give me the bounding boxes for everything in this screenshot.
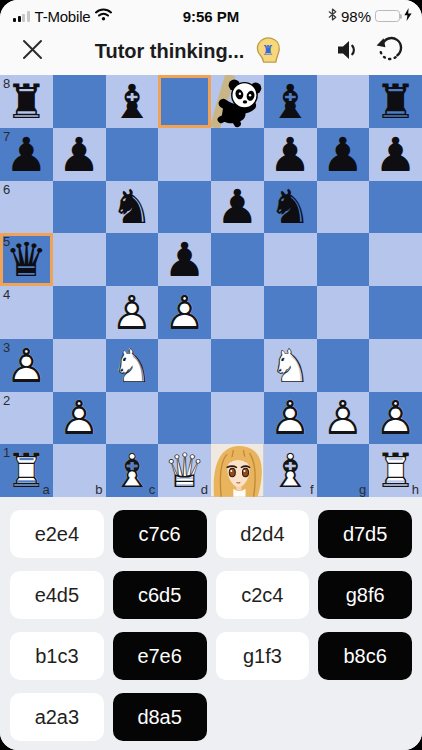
square-f8[interactable]: ♝ [264,75,317,128]
square-e8[interactable] [211,75,264,128]
white-pawn: ♟♙ [317,392,370,445]
tutor-thinking-head-icon: ♜ [254,35,283,68]
square-d5[interactable]: ♟ [158,233,211,286]
square-b3[interactable] [53,339,106,392]
page-title: Tutor thinking... [95,40,245,63]
square-e3[interactable] [211,339,264,392]
black-queen: ♛ [0,233,53,286]
black-knight: ♞ [264,181,317,234]
square-h1[interactable]: h♜♖ [369,444,422,497]
square-h6[interactable] [369,181,422,234]
square-c1[interactable]: c♝♗ [106,444,159,497]
square-a7[interactable]: 7♟ [0,128,53,181]
square-c4[interactable]: ♟♙ [106,286,159,339]
white-rook: ♜♖ [369,444,422,497]
black-pawn: ♟ [317,128,370,181]
square-b2[interactable]: ♟♙ [53,392,106,445]
square-c8[interactable]: ♝ [106,75,159,128]
svg-text:♜: ♜ [262,42,274,58]
white-pawn: ♟♙ [264,392,317,445]
square-d8[interactable] [158,75,211,128]
square-f6[interactable]: ♞ [264,181,317,234]
black-bishop: ♝ [106,75,159,128]
square-h8[interactable]: ♜ [369,75,422,128]
white-pawn: ♟♙ [158,286,211,339]
white-knight: ♞♘ [264,339,317,392]
speaker-icon [334,37,360,67]
status-bar: T-Mobile 9:56 PM 98% [0,0,422,28]
charging-bolt-icon [404,7,412,25]
square-c2[interactable] [106,392,159,445]
square-d7[interactable] [158,128,211,181]
square-a1[interactable]: 1a♜♖ [0,444,53,497]
black-pawn: ♟ [0,128,53,181]
chess-board: 8♜♝ ♝♜7♟♟♟♟♟6♞♟♞5♛♟4♟♙♟♙3♟♙♞♘♞♘2♟♙♟♙♟♙♟♙… [0,75,422,497]
square-h7[interactable]: ♟ [369,128,422,181]
file-label-g: g [359,483,366,496]
white-rook: ♜♖ [0,444,53,497]
nav-bar: Tutor thinking... ♜ [0,28,422,75]
move-button-a2a3[interactable]: a2a3 [10,693,104,741]
square-a6[interactable]: 6 [0,181,53,234]
square-c7[interactable] [106,128,159,181]
move-button-d7d5[interactable]: d7d5 [318,510,412,558]
square-f1[interactable]: f♝♗ [264,444,317,497]
square-f5[interactable] [264,233,317,286]
white-pawn: ♟♙ [0,339,53,392]
black-pawn: ♟ [264,128,317,181]
square-g2[interactable]: ♟♙ [317,392,370,445]
square-h3[interactable] [369,339,422,392]
square-d3[interactable] [158,339,211,392]
white-bishop: ♝♗ [106,444,159,497]
black-pawn: ♟ [53,128,106,181]
square-c6[interactable]: ♞ [106,181,159,234]
square-g4[interactable] [317,286,370,339]
square-d2[interactable] [158,392,211,445]
square-c5[interactable] [106,233,159,286]
rank-label-6: 6 [3,183,10,196]
square-f2[interactable]: ♟♙ [264,392,317,445]
white-bishop: ♝♗ [264,444,317,497]
black-pawn: ♟ [158,233,211,286]
square-g7[interactable]: ♟ [317,128,370,181]
square-d4[interactable]: ♟♙ [158,286,211,339]
file-label-b: b [95,483,102,496]
app-window: T-Mobile 9:56 PM 98% [0,0,422,750]
square-b5[interactable] [53,233,106,286]
move-button-e2e4[interactable]: e2e4 [10,510,104,558]
square-c3[interactable]: ♞♘ [106,339,159,392]
square-b4[interactable] [53,286,106,339]
square-g6[interactable] [317,181,370,234]
square-e2[interactable] [211,392,264,445]
move-button-c2c4[interactable]: c2c4 [216,571,310,619]
move-button-c7c6[interactable]: c7c6 [113,510,207,558]
square-h5[interactable] [369,233,422,286]
move-button-d2d4[interactable]: d2d4 [216,510,310,558]
move-button-e7e6[interactable]: e7e6 [113,632,207,680]
square-g3[interactable] [317,339,370,392]
move-button-c6d5[interactable]: c6d5 [113,571,207,619]
move-button-b1c3[interactable]: b1c3 [10,632,104,680]
move-button-b8c6[interactable]: b8c6 [318,632,412,680]
move-button-d8a5[interactable]: d8a5 [113,693,207,741]
square-e1[interactable]: e [211,444,264,497]
black-pawn: ♟ [211,181,264,234]
square-a3[interactable]: 3♟♙ [0,339,53,392]
square-a4[interactable]: 4 [0,286,53,339]
square-d6[interactable] [158,181,211,234]
white-pawn: ♟♙ [106,286,159,339]
square-b6[interactable] [53,181,106,234]
square-f3[interactable]: ♞♘ [264,339,317,392]
move-button-g8f6[interactable]: g8f6 [318,571,412,619]
battery-icon [375,10,400,22]
square-a2[interactable]: 2 [0,392,53,445]
move-list: e2e4c7c6d2d4d7d5e4d5c6d5c2c4g8f6b1c3e7e6… [0,497,422,750]
white-queen: ♛♕ [158,444,211,497]
black-rook: ♜ [0,75,53,128]
square-h4[interactable] [369,286,422,339]
move-button-e4d5[interactable]: e4d5 [10,571,104,619]
rotate-counterclockwise-icon [375,36,403,68]
bluetooth-icon [328,7,337,25]
square-h2[interactable]: ♟♙ [369,392,422,445]
square-f4[interactable] [264,286,317,339]
square-g8[interactable] [317,75,370,128]
square-e7[interactable] [211,128,264,181]
anime-girl-white-king-image [211,444,264,497]
white-pawn: ♟♙ [53,392,106,445]
black-rook: ♜ [369,75,422,128]
square-e6[interactable]: ♟ [211,181,264,234]
rank-label-2: 2 [3,394,10,407]
rank-label-4: 4 [3,288,10,301]
square-d1[interactable]: d♛♕ [158,444,211,497]
square-g5[interactable] [317,233,370,286]
move-button-g1f3[interactable]: g1f3 [216,632,310,680]
square-a8[interactable]: 8♜ [0,75,53,128]
black-knight: ♞ [106,181,159,234]
close-button[interactable] [12,32,52,72]
close-icon [22,39,43,64]
black-bishop: ♝ [264,75,317,128]
black-pawn: ♟ [369,128,422,181]
white-knight: ♞♘ [106,339,159,392]
square-b8[interactable] [53,75,106,128]
square-g1[interactable]: g [317,444,370,497]
square-b1[interactable]: b [53,444,106,497]
square-e5[interactable] [211,233,264,286]
square-a5[interactable]: 5♛ [0,233,53,286]
panda-black-king-image [211,75,264,128]
square-b7[interactable]: ♟ [53,128,106,181]
white-pawn: ♟♙ [369,392,422,445]
square-e4[interactable] [211,286,264,339]
battery-percent-label: 98% [341,8,371,25]
rotate-button[interactable] [368,32,410,72]
square-f7[interactable]: ♟ [264,128,317,181]
sound-button[interactable] [326,32,368,72]
